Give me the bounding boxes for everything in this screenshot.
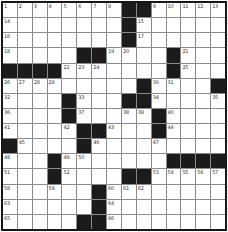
black-cell-r11c12 [167, 154, 181, 168]
cell-r14c5[interactable] [62, 200, 76, 214]
cell-r8c6[interactable]: 37 [77, 109, 91, 123]
black-cell-r3c9 [122, 33, 136, 47]
cell-r3c7[interactable] [92, 33, 106, 47]
black-cell-r6c15 [211, 79, 225, 93]
black-cell-r6c10 [137, 79, 151, 93]
clue-number-16: 16 [4, 33, 10, 39]
cell-r4c4[interactable] [48, 48, 62, 62]
cell-r5c7[interactable]: 24 [92, 64, 106, 78]
cell-r13c10[interactable]: 62 [137, 185, 151, 199]
cell-r8c13[interactable] [181, 109, 195, 123]
cell-r2c10[interactable]: 15 [137, 18, 151, 32]
cell-r10c13[interactable] [181, 139, 195, 153]
cell-r7c7[interactable] [92, 94, 106, 108]
cell-r15c10[interactable] [137, 215, 151, 229]
cell-r4c2[interactable] [18, 48, 32, 62]
cell-r10c9[interactable] [122, 139, 136, 153]
clue-number-65: 65 [4, 215, 10, 221]
cell-r4c11[interactable] [152, 48, 166, 62]
cell-r3c5[interactable] [62, 33, 76, 47]
cell-r7c6[interactable]: 33 [77, 94, 91, 108]
black-cell-r13c7 [92, 185, 106, 199]
cell-r1c7[interactable]: 7 [92, 3, 106, 17]
cell-r11c5[interactable]: 49 [62, 154, 76, 168]
black-cell-r8c11 [152, 109, 166, 123]
cell-r12c3[interactable] [33, 169, 47, 183]
cell-r12c12[interactable]: 54 [167, 169, 181, 183]
cell-r6c5[interactable] [62, 79, 76, 93]
cell-r14c11[interactable] [152, 200, 166, 214]
cell-r9c15[interactable] [211, 124, 225, 138]
clue-number-43: 43 [108, 124, 114, 130]
clue-number-7: 7 [93, 3, 96, 9]
cell-r12c7[interactable] [92, 169, 106, 183]
cell-r5c14[interactable] [196, 64, 210, 78]
clue-number-59: 59 [49, 185, 55, 191]
black-cell-r5c3 [33, 64, 47, 78]
clue-number-18: 18 [4, 48, 10, 54]
cell-r1c1[interactable]: 1 [3, 3, 17, 17]
cell-r15c5[interactable] [62, 215, 76, 229]
cell-r15c11[interactable] [152, 215, 166, 229]
black-cell-r11c15 [211, 154, 225, 168]
clue-number-34: 34 [153, 94, 159, 100]
clue-number-10: 10 [168, 3, 174, 9]
cell-r15c8[interactable]: 66 [107, 215, 121, 229]
black-cell-r9c6 [77, 124, 91, 138]
black-cell-r7c9 [122, 94, 136, 108]
clue-number-66: 66 [108, 215, 114, 221]
black-cell-r10c6 [77, 139, 91, 153]
cell-r6c8[interactable] [107, 79, 121, 93]
clue-number-23: 23 [78, 64, 84, 70]
cell-r7c15[interactable]: 35 [211, 94, 225, 108]
clue-number-50: 50 [78, 154, 84, 160]
cell-r10c4[interactable] [48, 139, 62, 153]
cell-r11c11[interactable] [152, 154, 166, 168]
cell-r9c9[interactable] [122, 124, 136, 138]
cell-r2c3[interactable] [33, 18, 47, 32]
cell-r9c14[interactable] [196, 124, 210, 138]
clue-number-63: 63 [4, 200, 10, 206]
cell-r10c11[interactable]: 47 [152, 139, 166, 153]
crossword-board: 1234567891011121314151617181920212223242… [1, 1, 227, 231]
clue-number-49: 49 [63, 154, 69, 160]
clue-number-64: 64 [108, 200, 114, 206]
clue-number-32: 32 [4, 94, 10, 100]
cell-r12c11[interactable]: 53 [152, 169, 166, 183]
cell-r1c11[interactable]: 9 [152, 3, 166, 17]
clue-number-31: 31 [168, 79, 174, 85]
black-cell-r5c12 [167, 64, 181, 78]
cell-r6c13[interactable] [181, 79, 195, 93]
cell-r11c3[interactable] [33, 154, 47, 168]
cell-r2c8[interactable] [107, 18, 121, 32]
cell-r5c10[interactable] [137, 64, 151, 78]
cell-r12c14[interactable]: 56 [196, 169, 210, 183]
black-cell-r14c7 [92, 200, 106, 214]
cell-r9c1[interactable]: 41 [3, 124, 17, 138]
cell-r12c5[interactable]: 52 [62, 169, 76, 183]
cell-r5c13[interactable]: 25 [181, 64, 195, 78]
clue-number-57: 57 [212, 169, 218, 175]
clue-number-11: 11 [182, 3, 188, 9]
clue-number-1: 1 [4, 3, 7, 9]
cell-r3c2[interactable] [18, 33, 32, 47]
cell-r4c8[interactable]: 19 [107, 48, 121, 62]
clue-number-37: 37 [78, 109, 84, 115]
cell-r4c14[interactable] [196, 48, 210, 62]
black-cell-r7c10 [137, 94, 151, 108]
clue-number-55: 55 [182, 169, 188, 175]
cell-r2c11[interactable] [152, 18, 166, 32]
clue-number-2: 2 [19, 3, 22, 9]
cell-r14c6[interactable] [77, 200, 91, 214]
cell-r8c12[interactable]: 40 [167, 109, 181, 123]
cell-r10c5[interactable] [62, 139, 76, 153]
clue-number-28: 28 [34, 79, 40, 85]
cell-r4c1[interactable]: 18 [3, 48, 17, 62]
cell-r4c5[interactable] [62, 48, 76, 62]
cell-r10c10[interactable] [137, 139, 151, 153]
clue-number-6: 6 [78, 3, 81, 9]
cell-r3c1[interactable]: 16 [3, 33, 17, 47]
cell-r14c4[interactable] [48, 200, 62, 214]
black-cell-r5c2 [18, 64, 32, 78]
clue-number-15: 15 [138, 18, 144, 24]
clue-number-36: 36 [4, 109, 10, 115]
cell-r11c9[interactable] [122, 154, 136, 168]
cell-r13c2[interactable] [18, 185, 32, 199]
clue-number-58: 58 [4, 185, 10, 191]
cell-r11c7[interactable] [92, 154, 106, 168]
clue-number-24: 24 [93, 64, 99, 70]
cell-r9c4[interactable] [48, 124, 62, 138]
cell-r14c10[interactable] [137, 200, 151, 214]
cell-r9c3[interactable] [33, 124, 47, 138]
cell-r2c2[interactable] [18, 18, 32, 32]
black-cell-r1c10 [137, 3, 151, 17]
cell-r9c13[interactable] [181, 124, 195, 138]
cell-r12c15[interactable]: 57 [211, 169, 225, 183]
clue-number-47: 47 [153, 139, 159, 145]
cell-r15c1[interactable]: 65 [3, 215, 17, 229]
cell-r11c8[interactable] [107, 154, 121, 168]
black-cell-r1c9 [122, 3, 136, 17]
cell-r14c9[interactable] [122, 200, 136, 214]
cell-r1c12[interactable]: 10 [167, 3, 181, 17]
clue-number-8: 8 [108, 3, 111, 9]
cell-r6c4[interactable]: 29 [48, 79, 62, 93]
black-cell-r5c1 [3, 64, 17, 78]
cell-r4c13[interactable]: 21 [181, 48, 195, 62]
clue-number-12: 12 [197, 3, 203, 9]
cell-r1c13[interactable]: 11 [181, 3, 195, 17]
cell-r3c12[interactable] [167, 33, 181, 47]
black-cell-r12c4 [48, 169, 62, 183]
cell-r3c3[interactable] [33, 33, 47, 47]
cell-r10c7[interactable]: 46 [92, 139, 106, 153]
clue-number-62: 62 [138, 185, 144, 191]
cell-r8c14[interactable] [196, 109, 210, 123]
clue-number-17: 17 [138, 33, 144, 39]
cell-r1c2[interactable]: 2 [18, 3, 32, 17]
clue-number-4: 4 [49, 3, 52, 9]
cell-r7c8[interactable] [107, 94, 121, 108]
cell-r6c3[interactable]: 28 [33, 79, 47, 93]
cell-r8c3[interactable] [33, 109, 47, 123]
clue-number-46: 46 [93, 139, 99, 145]
cell-r5c6[interactable]: 23 [77, 64, 91, 78]
black-cell-r12c9 [122, 169, 136, 183]
clue-number-3: 3 [34, 3, 37, 9]
cell-r7c4[interactable] [48, 94, 62, 108]
cell-r1c3[interactable]: 3 [33, 3, 47, 17]
cell-r10c2[interactable]: 45 [18, 139, 32, 153]
clue-number-20: 20 [123, 48, 129, 54]
clue-number-19: 19 [108, 48, 114, 54]
cell-r6c9[interactable] [122, 79, 136, 93]
cell-r8c9[interactable]: 38 [122, 109, 136, 123]
cell-r15c4[interactable] [48, 215, 62, 229]
clue-number-53: 53 [153, 169, 159, 175]
cell-r2c13[interactable] [181, 18, 195, 32]
cell-r12c1[interactable]: 51 [3, 169, 17, 183]
black-cell-r5c4 [48, 64, 62, 78]
clue-number-26: 26 [4, 79, 10, 85]
black-cell-r9c7 [92, 124, 106, 138]
cell-r13c1[interactable]: 58 [3, 185, 17, 199]
clue-number-13: 13 [212, 3, 218, 9]
black-cell-r4c6 [77, 48, 91, 62]
cell-r3c8[interactable] [107, 33, 121, 47]
cell-r6c14[interactable] [196, 79, 210, 93]
cell-r2c1[interactable]: 14 [3, 18, 17, 32]
cell-r7c2[interactable] [18, 94, 32, 108]
cell-r6c2[interactable]: 27 [18, 79, 32, 93]
cell-r14c14[interactable] [196, 200, 210, 214]
cell-r3c13[interactable] [181, 33, 195, 47]
cell-r2c12[interactable] [167, 18, 181, 32]
cell-r11c1[interactable]: 48 [3, 154, 17, 168]
clue-number-5: 5 [63, 3, 66, 9]
clue-number-51: 51 [4, 169, 10, 175]
cell-r8c10[interactable]: 39 [137, 109, 151, 123]
cell-r3c14[interactable] [196, 33, 210, 47]
black-cell-r2c9 [122, 18, 136, 32]
clue-number-52: 52 [63, 169, 69, 175]
clue-number-33: 33 [78, 94, 84, 100]
black-cell-r7c5 [62, 94, 76, 108]
cell-r4c3[interactable] [33, 48, 47, 62]
cell-r2c14[interactable] [196, 18, 210, 32]
clue-number-40: 40 [168, 109, 174, 115]
cell-r11c6[interactable]: 50 [77, 154, 91, 168]
cell-r3c15[interactable] [211, 33, 225, 47]
cell-r5c5[interactable]: 22 [62, 64, 76, 78]
cell-r13c3[interactable] [33, 185, 47, 199]
cell-r5c8[interactable] [107, 64, 121, 78]
cell-r14c15[interactable] [211, 200, 225, 214]
black-cell-r11c13 [181, 154, 195, 168]
cell-r2c5[interactable] [62, 18, 76, 32]
cell-r13c14[interactable] [196, 185, 210, 199]
clue-number-9: 9 [153, 3, 156, 9]
black-cell-r12c10 [137, 169, 151, 183]
cell-r8c1[interactable]: 36 [3, 109, 17, 123]
cell-r10c3[interactable] [33, 139, 47, 153]
cell-r12c6[interactable] [77, 169, 91, 183]
cell-r12c8[interactable] [107, 169, 121, 183]
black-cell-r4c7 [92, 48, 106, 62]
cell-r4c15[interactable] [211, 48, 225, 62]
black-cell-r11c14 [196, 154, 210, 168]
black-cell-r10c1 [3, 139, 17, 153]
cell-r15c14[interactable] [196, 215, 210, 229]
clue-number-60: 60 [108, 185, 114, 191]
cell-r2c7[interactable] [92, 18, 106, 32]
cell-r10c15[interactable] [211, 139, 225, 153]
cell-r1c5[interactable]: 5 [62, 3, 76, 17]
cell-r6c1[interactable]: 26 [3, 79, 17, 93]
cell-r7c14[interactable] [196, 94, 210, 108]
cell-r1c6[interactable]: 6 [77, 3, 91, 17]
cell-r1c4[interactable]: 4 [48, 3, 62, 17]
clue-number-21: 21 [182, 48, 188, 54]
black-cell-r15c6 [77, 215, 91, 229]
black-cell-r11c4 [48, 154, 62, 168]
clue-number-38: 38 [123, 109, 129, 115]
cell-r13c4[interactable]: 59 [48, 185, 62, 199]
cell-r9c5[interactable]: 42 [62, 124, 76, 138]
cell-r7c3[interactable] [33, 94, 47, 108]
clue-number-54: 54 [168, 169, 174, 175]
cell-r6c6[interactable] [77, 79, 91, 93]
cell-r2c6[interactable] [77, 18, 91, 32]
cell-r8c4[interactable] [48, 109, 62, 123]
clue-number-22: 22 [63, 64, 69, 70]
black-cell-r8c5 [62, 109, 76, 123]
clue-number-14: 14 [4, 18, 10, 24]
cell-r7c11[interactable]: 34 [152, 94, 166, 108]
cell-r15c9[interactable] [122, 215, 136, 229]
cell-r15c15[interactable] [211, 215, 225, 229]
clue-number-27: 27 [19, 79, 25, 85]
clue-number-35: 35 [212, 94, 218, 100]
cell-r2c15[interactable] [211, 18, 225, 32]
cell-r13c8[interactable]: 60 [107, 185, 121, 199]
cell-r10c12[interactable] [167, 139, 181, 153]
cell-r5c11[interactable] [152, 64, 166, 78]
clue-number-42: 42 [63, 124, 69, 130]
cell-r1c15[interactable]: 13 [211, 3, 225, 17]
cell-r9c12[interactable]: 44 [167, 124, 181, 138]
cell-r14c1[interactable]: 63 [3, 200, 17, 214]
clue-number-39: 39 [138, 109, 144, 115]
cell-r9c10[interactable] [137, 124, 151, 138]
cell-r9c2[interactable] [18, 124, 32, 138]
cell-r14c12[interactable] [167, 200, 181, 214]
clue-number-61: 61 [123, 185, 129, 191]
cell-r10c14[interactable] [196, 139, 210, 153]
cell-r13c15[interactable] [211, 185, 225, 199]
cell-r14c13[interactable] [181, 200, 195, 214]
cell-r7c12[interactable] [167, 94, 181, 108]
cell-r15c3[interactable] [33, 215, 47, 229]
black-cell-r15c7 [92, 215, 106, 229]
cell-r9c8[interactable]: 43 [107, 124, 121, 138]
cell-r6c12[interactable]: 31 [167, 79, 181, 93]
cell-r15c12[interactable] [167, 215, 181, 229]
cell-r12c13[interactable]: 55 [181, 169, 195, 183]
cell-r5c15[interactable] [211, 64, 225, 78]
cell-r13c9[interactable]: 61 [122, 185, 136, 199]
clue-number-56: 56 [197, 169, 203, 175]
cell-r4c9[interactable]: 20 [122, 48, 136, 62]
cell-r14c2[interactable] [18, 200, 32, 214]
cell-r11c2[interactable] [18, 154, 32, 168]
cell-r3c11[interactable] [152, 33, 166, 47]
cell-r13c11[interactable] [152, 185, 166, 199]
clue-number-30: 30 [153, 79, 159, 85]
cell-r3c4[interactable] [48, 33, 62, 47]
cell-r13c12[interactable] [167, 185, 181, 199]
cell-r6c7[interactable] [92, 79, 106, 93]
cell-r4c10[interactable] [137, 48, 151, 62]
cell-r15c2[interactable] [18, 215, 32, 229]
clue-number-29: 29 [49, 79, 55, 85]
cell-r13c5[interactable] [62, 185, 76, 199]
clue-number-41: 41 [4, 124, 10, 130]
cell-r6c11[interactable]: 30 [152, 79, 166, 93]
cell-r8c7[interactable] [92, 109, 106, 123]
cell-r8c8[interactable] [107, 109, 121, 123]
clue-number-25: 25 [182, 64, 188, 70]
black-cell-r9c11 [152, 124, 166, 138]
cell-r15c13[interactable] [181, 215, 195, 229]
cell-r12c2[interactable] [18, 169, 32, 183]
clue-number-48: 48 [4, 154, 10, 160]
cell-r11c10[interactable] [137, 154, 151, 168]
cell-r8c2[interactable] [18, 109, 32, 123]
cell-r3c10[interactable]: 17 [137, 33, 151, 47]
cell-r13c6[interactable] [77, 185, 91, 199]
cell-r2c4[interactable] [48, 18, 62, 32]
cell-r14c3[interactable] [33, 200, 47, 214]
cell-r10c8[interactable] [107, 139, 121, 153]
cell-r14c8[interactable]: 64 [107, 200, 121, 214]
cell-r5c9[interactable] [122, 64, 136, 78]
cell-r3c6[interactable] [77, 33, 91, 47]
cell-r7c13[interactable] [181, 94, 195, 108]
cell-r7c1[interactable]: 32 [3, 94, 17, 108]
black-cell-r4c12 [167, 48, 181, 62]
cell-r1c14[interactable]: 12 [196, 3, 210, 17]
cell-r1c8[interactable]: 8 [107, 3, 121, 17]
clue-number-45: 45 [19, 139, 25, 145]
cell-r8c15[interactable] [211, 109, 225, 123]
clue-number-44: 44 [168, 124, 174, 130]
cell-r13c13[interactable] [181, 185, 195, 199]
